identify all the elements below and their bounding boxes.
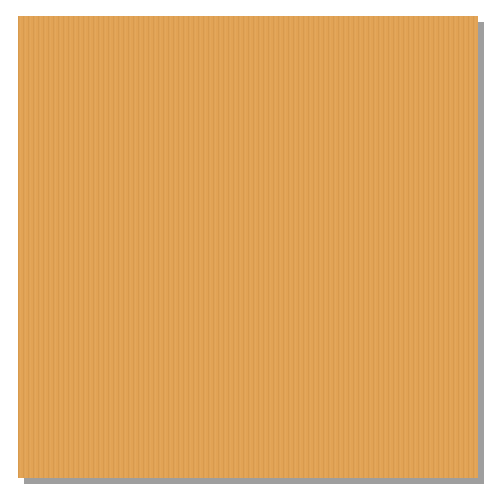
column-labels-top: [19, 0, 475, 16]
go-board[interactable]: [19, 19, 475, 475]
row-labels-right: [483, 19, 500, 475]
row-labels-left: [0, 19, 17, 475]
go-kifu-page: { "game": "go", "board": { "size": 19, "…: [0, 0, 500, 500]
column-labels-bottom: [19, 481, 475, 497]
